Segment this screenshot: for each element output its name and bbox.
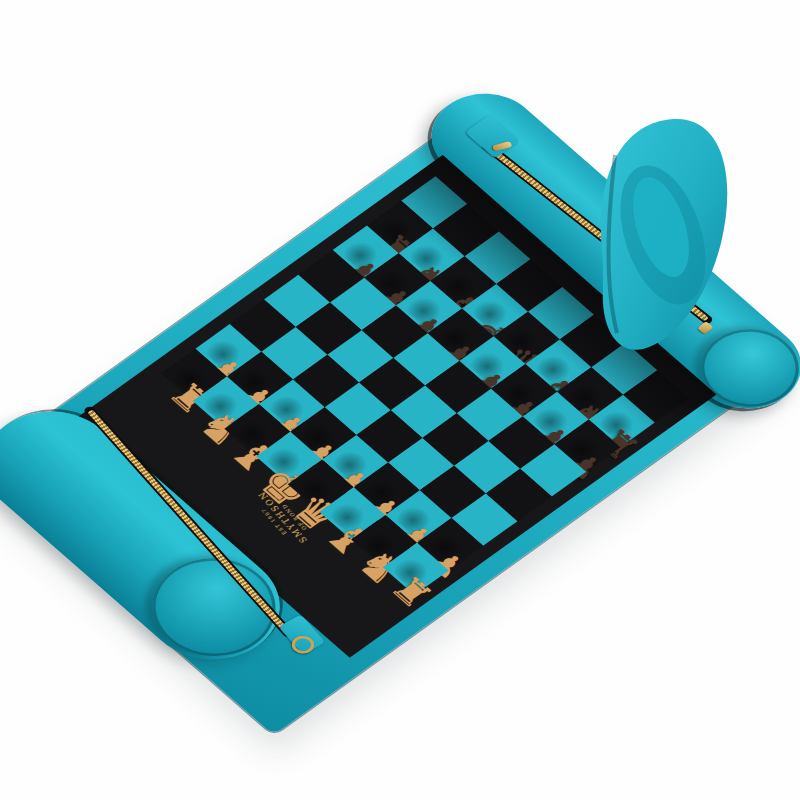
carry-strap-loop (555, 85, 755, 385)
product-photo-chess-roll: { "game": "chess", "position": { "fen": … (0, 0, 800, 800)
